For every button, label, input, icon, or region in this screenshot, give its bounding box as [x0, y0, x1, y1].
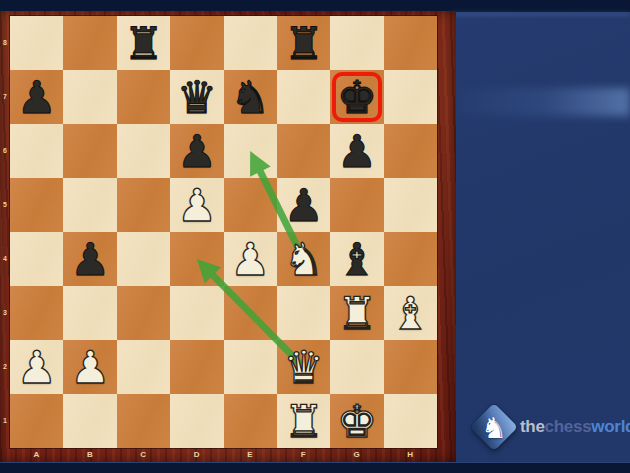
square-e5[interactable] [224, 178, 277, 232]
square-a4[interactable] [10, 232, 63, 286]
square-f7[interactable] [277, 70, 330, 124]
square-f3[interactable] [277, 286, 330, 340]
white-rook-g3[interactable]: ♜ [330, 286, 383, 340]
logo-text: thechessworld [520, 417, 630, 437]
knight-diamond-icon: ♞ [470, 403, 518, 451]
video-frame: 87654321 ABCDEFGH ♜♜♟♛♞♚♟♟♟♟♟♟♞♝♜♝♟♟♛♜♚ … [0, 0, 630, 473]
square-d8[interactable] [170, 16, 223, 70]
square-f6[interactable] [277, 124, 330, 178]
black-rook-f8[interactable]: ♜ [277, 16, 330, 70]
square-c6[interactable] [117, 124, 170, 178]
square-h1[interactable] [384, 394, 437, 448]
square-h7[interactable] [384, 70, 437, 124]
rank-labels: 87654321 [0, 16, 10, 448]
square-g2[interactable] [330, 340, 383, 394]
rank-label-2: 2 [0, 340, 10, 394]
bottom-letterbox-band [0, 462, 630, 473]
square-c3[interactable] [117, 286, 170, 340]
background-top-glow [450, 12, 630, 16]
square-h6[interactable] [384, 124, 437, 178]
white-pawn-d5[interactable]: ♟ [170, 178, 223, 232]
rank-label-8: 8 [0, 16, 10, 70]
square-e6[interactable] [224, 124, 277, 178]
square-b1[interactable] [63, 394, 116, 448]
chess-board-frame: 87654321 ABCDEFGH ♜♜♟♛♞♚♟♟♟♟♟♟♞♝♜♝♟♟♛♜♚ [0, 11, 456, 462]
rank-label-3: 3 [0, 286, 10, 340]
square-d4[interactable] [170, 232, 223, 286]
white-king-g1[interactable]: ♚ [330, 394, 383, 448]
black-rook-c8[interactable]: ♜ [117, 16, 170, 70]
black-knight-e7[interactable]: ♞ [224, 70, 277, 124]
square-a1[interactable] [10, 394, 63, 448]
background-light-streak [440, 88, 630, 116]
file-label-c: C [117, 448, 170, 462]
file-labels: ABCDEFGH [10, 448, 437, 462]
square-b7[interactable] [63, 70, 116, 124]
square-b6[interactable] [63, 124, 116, 178]
square-g8[interactable] [330, 16, 383, 70]
square-c4[interactable] [117, 232, 170, 286]
black-queen-d7[interactable]: ♛ [170, 70, 223, 124]
black-pawn-f5[interactable]: ♟ [277, 178, 330, 232]
square-h8[interactable] [384, 16, 437, 70]
rank-label-6: 6 [0, 124, 10, 178]
white-rook-f1[interactable]: ♜ [277, 394, 330, 448]
rank-label-7: 7 [0, 70, 10, 124]
square-c5[interactable] [117, 178, 170, 232]
rank-label-4: 4 [0, 232, 10, 286]
black-king-g7[interactable]: ♚ [330, 70, 383, 124]
thechessworld-logo: ♞ thechessworld [470, 400, 626, 454]
square-e2[interactable] [224, 340, 277, 394]
black-pawn-a7[interactable]: ♟ [10, 70, 63, 124]
black-pawn-b4[interactable]: ♟ [63, 232, 116, 286]
file-label-e: E [224, 448, 277, 462]
file-label-f: F [277, 448, 330, 462]
file-label-d: D [170, 448, 223, 462]
black-bishop-g4[interactable]: ♝ [330, 232, 383, 286]
square-d3[interactable] [170, 286, 223, 340]
square-e1[interactable] [224, 394, 277, 448]
square-g5[interactable] [330, 178, 383, 232]
square-d1[interactable] [170, 394, 223, 448]
square-a6[interactable] [10, 124, 63, 178]
square-a8[interactable] [10, 16, 63, 70]
white-knight-f4[interactable]: ♞ [277, 232, 330, 286]
square-e8[interactable] [224, 16, 277, 70]
file-label-h: H [384, 448, 437, 462]
square-d2[interactable] [170, 340, 223, 394]
square-e3[interactable] [224, 286, 277, 340]
square-h5[interactable] [384, 178, 437, 232]
square-a3[interactable] [10, 286, 63, 340]
square-c2[interactable] [117, 340, 170, 394]
black-pawn-g6[interactable]: ♟ [330, 124, 383, 178]
logo-text-world: world [591, 417, 630, 436]
square-b8[interactable] [63, 16, 116, 70]
rank-label-1: 1 [0, 394, 10, 448]
logo-text-chess: chess [545, 417, 592, 436]
white-pawn-e4[interactable]: ♟ [224, 232, 277, 286]
rank-label-5: 5 [0, 178, 10, 232]
square-h2[interactable] [384, 340, 437, 394]
white-pawn-b2[interactable]: ♟ [63, 340, 116, 394]
square-a5[interactable] [10, 178, 63, 232]
logo-text-the: the [520, 417, 545, 436]
square-b3[interactable] [63, 286, 116, 340]
black-pawn-d6[interactable]: ♟ [170, 124, 223, 178]
file-label-g: G [330, 448, 383, 462]
logo-knight-icon: ♞ [477, 410, 511, 444]
square-c7[interactable] [117, 70, 170, 124]
white-pawn-a2[interactable]: ♟ [10, 340, 63, 394]
square-h4[interactable] [384, 232, 437, 286]
square-c1[interactable] [117, 394, 170, 448]
square-b5[interactable] [63, 178, 116, 232]
white-queen-f2[interactable]: ♛ [277, 340, 330, 394]
file-label-b: B [63, 448, 116, 462]
file-label-a: A [10, 448, 63, 462]
white-bishop-h3[interactable]: ♝ [384, 286, 437, 340]
